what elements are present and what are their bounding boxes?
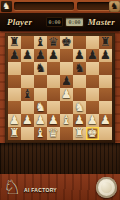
square-b6[interactable] xyxy=(21,62,34,75)
square-h4[interactable] xyxy=(99,88,112,101)
square-b4[interactable]: ♝ xyxy=(21,88,34,101)
square-c1[interactable]: ♝ xyxy=(34,127,47,140)
black-knight-icon: ♞ xyxy=(109,1,120,12)
knight-outline-icon: ♘ xyxy=(3,175,21,199)
white-pawn[interactable]: ♟ xyxy=(73,113,86,127)
square-h7[interactable]: ♟ xyxy=(99,49,112,62)
square-a3[interactable] xyxy=(8,101,21,114)
square-h5[interactable] xyxy=(99,75,112,88)
square-f1[interactable]: ♜ xyxy=(73,127,86,140)
square-h2[interactable]: ♟ xyxy=(99,114,112,127)
black-queen[interactable]: ♛ xyxy=(47,35,60,49)
black-pawn[interactable]: ♟ xyxy=(21,48,34,62)
black-rook[interactable]: ♜ xyxy=(8,35,21,49)
white-queen[interactable]: ♛ xyxy=(47,126,60,140)
white-knight[interactable]: ♞ xyxy=(34,100,47,114)
black-knight[interactable]: ♞ xyxy=(34,61,47,75)
white-pawn[interactable]: ♟ xyxy=(47,113,60,127)
square-g1[interactable]: ♚ xyxy=(86,127,99,140)
square-e1[interactable] xyxy=(60,127,73,140)
chess-board[interactable]: ♜♝♛♚♜♟♟♟♟♟♟♟♞♞♟♝♟♞♞♟♟♟♟♝♟♟♟♜♝♛♜♚ xyxy=(8,36,112,140)
square-c2[interactable]: ♟ xyxy=(34,114,47,127)
square-e4[interactable]: ♟ xyxy=(60,88,73,101)
square-a6[interactable] xyxy=(8,62,21,75)
square-f3[interactable]: ♞ xyxy=(73,101,86,114)
black-player-name: Master xyxy=(88,17,115,27)
square-c5[interactable] xyxy=(34,75,47,88)
square-d8[interactable]: ♛ xyxy=(47,36,60,49)
square-a7[interactable]: ♟ xyxy=(8,49,21,62)
chess-app-screen: ♞ ♞ Player 0:00 0:00 Master ♜♝♛♚♜♟♟♟♟♟♟♟… xyxy=(0,0,120,200)
square-f7[interactable]: ♟ xyxy=(73,49,86,62)
lower-wood-strip xyxy=(0,143,120,174)
square-f2[interactable]: ♟ xyxy=(73,114,86,127)
black-clock: 0:00 xyxy=(66,18,83,26)
square-b8[interactable] xyxy=(21,36,34,49)
square-c4[interactable] xyxy=(34,88,47,101)
square-d2[interactable]: ♟ xyxy=(47,114,60,127)
black-king[interactable]: ♚ xyxy=(60,35,73,49)
square-g8[interactable] xyxy=(86,36,99,49)
white-pawn[interactable]: ♟ xyxy=(99,113,112,127)
white-bishop[interactable]: ♝ xyxy=(60,113,73,127)
white-knight-icon: ♞ xyxy=(1,1,12,12)
square-c7[interactable]: ♟ xyxy=(34,49,47,62)
square-b7[interactable]: ♟ xyxy=(21,49,34,62)
square-h8[interactable]: ♜ xyxy=(99,36,112,49)
square-a8[interactable]: ♜ xyxy=(8,36,21,49)
white-rook[interactable]: ♜ xyxy=(8,126,21,140)
square-e5[interactable]: ♟ xyxy=(60,75,73,88)
black-bishop[interactable]: ♝ xyxy=(34,35,47,49)
black-knight[interactable]: ♞ xyxy=(73,61,86,75)
white-rook[interactable]: ♜ xyxy=(73,126,86,140)
black-pawn[interactable]: ♟ xyxy=(47,48,60,62)
players-header-bar: Player 0:00 0:00 Master xyxy=(0,13,120,31)
white-pawn[interactable]: ♟ xyxy=(8,113,21,127)
square-d3[interactable] xyxy=(47,101,60,114)
black-pawn[interactable]: ♟ xyxy=(86,48,99,62)
square-e8[interactable]: ♚ xyxy=(60,36,73,49)
square-h3[interactable] xyxy=(99,101,112,114)
wood-groove-left xyxy=(14,2,74,10)
white-pawn[interactable]: ♟ xyxy=(34,113,47,127)
square-f8[interactable] xyxy=(73,36,86,49)
square-f6[interactable]: ♞ xyxy=(73,62,86,75)
square-b5[interactable] xyxy=(21,75,34,88)
white-knight[interactable]: ♞ xyxy=(73,100,86,114)
square-e3[interactable] xyxy=(60,101,73,114)
black-rook[interactable]: ♜ xyxy=(99,35,112,49)
black-pawn[interactable]: ♟ xyxy=(99,48,112,62)
square-b3[interactable] xyxy=(21,101,34,114)
square-e2[interactable]: ♝ xyxy=(60,114,73,127)
square-c6[interactable]: ♞ xyxy=(34,62,47,75)
square-e7[interactable] xyxy=(60,49,73,62)
square-d4[interactable] xyxy=(47,88,60,101)
square-g2[interactable]: ♟ xyxy=(86,114,99,127)
app-logo-text: AI FACTORY xyxy=(24,187,57,193)
square-c8[interactable]: ♝ xyxy=(34,36,47,49)
square-a2[interactable]: ♟ xyxy=(8,114,21,127)
app-logo: ♘ AI FACTORY xyxy=(2,174,62,200)
square-b2[interactable]: ♟ xyxy=(21,114,34,127)
square-d7[interactable]: ♟ xyxy=(47,49,60,62)
square-b1[interactable] xyxy=(21,127,34,140)
square-g4[interactable] xyxy=(86,88,99,101)
square-a4[interactable] xyxy=(8,88,21,101)
square-g5[interactable] xyxy=(86,75,99,88)
black-pawn[interactable]: ♟ xyxy=(60,74,73,88)
square-d6[interactable] xyxy=(47,62,60,75)
black-pawn[interactable]: ♟ xyxy=(34,48,47,62)
square-e6[interactable] xyxy=(60,62,73,75)
top-wood-strip: ♞ ♞ xyxy=(0,0,120,13)
square-c3[interactable]: ♞ xyxy=(34,101,47,114)
square-f4[interactable] xyxy=(73,88,86,101)
black-pawn[interactable]: ♟ xyxy=(8,48,21,62)
square-d5[interactable] xyxy=(47,75,60,88)
black-pawn[interactable]: ♟ xyxy=(73,48,86,62)
square-d1[interactable]: ♛ xyxy=(47,127,60,140)
white-pawn[interactable]: ♟ xyxy=(60,87,73,101)
black-bishop[interactable]: ♝ xyxy=(21,87,34,101)
square-f5[interactable] xyxy=(73,75,86,88)
square-h6[interactable] xyxy=(99,62,112,75)
square-g3[interactable] xyxy=(86,101,99,114)
white-pawn[interactable]: ♟ xyxy=(21,113,34,127)
square-a1[interactable]: ♜ xyxy=(8,127,21,140)
round-dial-button[interactable] xyxy=(96,177,117,198)
white-bishop[interactable]: ♝ xyxy=(34,126,47,140)
white-king[interactable]: ♚ xyxy=(86,126,99,140)
square-g7[interactable]: ♟ xyxy=(86,49,99,62)
square-g6[interactable] xyxy=(86,62,99,75)
white-pawn[interactable]: ♟ xyxy=(86,113,99,127)
white-clock: 0:00 xyxy=(47,18,62,26)
wood-groove-right xyxy=(77,2,111,10)
square-a5[interactable] xyxy=(8,75,21,88)
square-h1[interactable] xyxy=(99,127,112,140)
white-player-name: Player xyxy=(7,17,32,27)
